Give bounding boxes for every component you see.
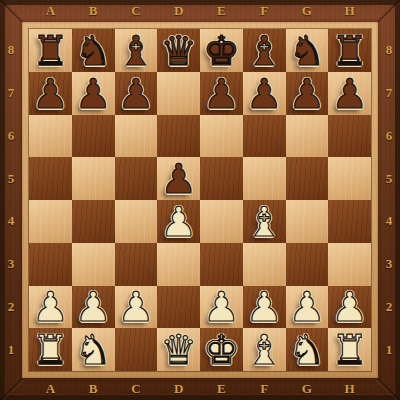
black-queen[interactable]: ♛: [160, 31, 197, 72]
square-f6[interactable]: [243, 115, 286, 158]
square-f8[interactable]: ♝: [243, 29, 286, 72]
square-a8[interactable]: ♜: [29, 29, 72, 72]
square-d1[interactable]: ♛: [157, 328, 200, 371]
white-pawn[interactable]: ♟: [288, 287, 325, 328]
square-a3[interactable]: [29, 243, 72, 286]
square-c6[interactable]: [115, 115, 158, 158]
white-knight[interactable]: ♞: [75, 330, 112, 371]
square-g5[interactable]: [286, 157, 329, 200]
square-b7[interactable]: ♟: [72, 72, 115, 115]
square-h2[interactable]: ♟: [328, 286, 371, 329]
black-bishop[interactable]: ♝: [117, 31, 154, 72]
square-f1[interactable]: ♝: [243, 328, 286, 371]
square-c3[interactable]: [115, 243, 158, 286]
square-d3[interactable]: [157, 243, 200, 286]
square-f7[interactable]: ♟: [243, 72, 286, 115]
square-f4[interactable]: ♝: [243, 200, 286, 243]
black-rook[interactable]: ♜: [32, 31, 69, 72]
white-knight[interactable]: ♞: [288, 330, 325, 371]
square-e8[interactable]: ♚: [200, 29, 243, 72]
white-queen[interactable]: ♛: [160, 330, 197, 371]
white-pawn[interactable]: ♟: [203, 287, 240, 328]
black-pawn[interactable]: ♟: [75, 74, 112, 115]
black-pawn[interactable]: ♟: [246, 74, 283, 115]
white-rook[interactable]: ♜: [331, 330, 368, 371]
square-g1[interactable]: ♞: [286, 328, 329, 371]
square-h6[interactable]: [328, 115, 371, 158]
square-a5[interactable]: [29, 157, 72, 200]
black-bishop[interactable]: ♝: [246, 31, 283, 72]
square-c7[interactable]: ♟: [115, 72, 158, 115]
square-a2[interactable]: ♟: [29, 286, 72, 329]
square-e2[interactable]: ♟: [200, 286, 243, 329]
square-c4[interactable]: [115, 200, 158, 243]
square-e1[interactable]: ♚: [200, 328, 243, 371]
black-rook[interactable]: ♜: [331, 31, 368, 72]
white-bishop[interactable]: ♝: [246, 330, 283, 371]
square-b5[interactable]: [72, 157, 115, 200]
square-g8[interactable]: ♞: [286, 29, 329, 72]
square-b2[interactable]: ♟: [72, 286, 115, 329]
square-h1[interactable]: ♜: [328, 328, 371, 371]
square-g6[interactable]: [286, 115, 329, 158]
white-pawn[interactable]: ♟: [246, 287, 283, 328]
white-pawn[interactable]: ♟: [117, 287, 154, 328]
square-g2[interactable]: ♟: [286, 286, 329, 329]
square-b4[interactable]: [72, 200, 115, 243]
square-b6[interactable]: [72, 115, 115, 158]
square-e5[interactable]: [200, 157, 243, 200]
square-e7[interactable]: ♟: [200, 72, 243, 115]
square-d7[interactable]: [157, 72, 200, 115]
black-pawn[interactable]: ♟: [32, 74, 69, 115]
square-h5[interactable]: [328, 157, 371, 200]
square-d2[interactable]: [157, 286, 200, 329]
square-e4[interactable]: [200, 200, 243, 243]
square-h7[interactable]: ♟: [328, 72, 371, 115]
square-b1[interactable]: ♞: [72, 328, 115, 371]
square-f2[interactable]: ♟: [243, 286, 286, 329]
square-h3[interactable]: [328, 243, 371, 286]
white-pawn[interactable]: ♟: [32, 287, 69, 328]
square-a7[interactable]: ♟: [29, 72, 72, 115]
square-e3[interactable]: [200, 243, 243, 286]
black-knight[interactable]: ♞: [288, 31, 325, 72]
square-d5[interactable]: ♟: [157, 157, 200, 200]
square-h4[interactable]: [328, 200, 371, 243]
square-h8[interactable]: ♜: [328, 29, 371, 72]
square-g4[interactable]: [286, 200, 329, 243]
square-f5[interactable]: [243, 157, 286, 200]
black-pawn[interactable]: ♟: [117, 74, 154, 115]
square-a1[interactable]: ♜: [29, 328, 72, 371]
black-pawn[interactable]: ♟: [160, 159, 197, 200]
white-pawn[interactable]: ♟: [331, 287, 368, 328]
white-bishop[interactable]: ♝: [246, 202, 283, 243]
square-a4[interactable]: [29, 200, 72, 243]
white-rook[interactable]: ♜: [32, 330, 69, 371]
square-g3[interactable]: [286, 243, 329, 286]
chess-board: ♜♞♝♛♚♝♞♜♟♟♟♟♟♟♟♟♟♝♟♟♟♟♟♟♟♜♞♛♚♝♞♜: [29, 29, 371, 371]
white-pawn[interactable]: ♟: [160, 202, 197, 243]
square-d4[interactable]: ♟: [157, 200, 200, 243]
square-a6[interactable]: [29, 115, 72, 158]
square-c5[interactable]: [115, 157, 158, 200]
square-c8[interactable]: ♝: [115, 29, 158, 72]
square-c2[interactable]: ♟: [115, 286, 158, 329]
square-g7[interactable]: ♟: [286, 72, 329, 115]
black-pawn[interactable]: ♟: [203, 74, 240, 115]
chess-app: ABCDEFGH ABCDEFGH 87654321 87654321 ♜♞♝♛…: [0, 0, 400, 400]
black-pawn[interactable]: ♟: [288, 74, 325, 115]
black-knight[interactable]: ♞: [75, 31, 112, 72]
white-pawn[interactable]: ♟: [75, 287, 112, 328]
square-b8[interactable]: ♞: [72, 29, 115, 72]
black-pawn[interactable]: ♟: [331, 74, 368, 115]
square-d8[interactable]: ♛: [157, 29, 200, 72]
square-f3[interactable]: [243, 243, 286, 286]
square-b3[interactable]: [72, 243, 115, 286]
square-c1[interactable]: [115, 328, 158, 371]
square-d6[interactable]: [157, 115, 200, 158]
white-king[interactable]: ♚: [203, 330, 240, 371]
black-king[interactable]: ♚: [203, 31, 240, 72]
square-e6[interactable]: [200, 115, 243, 158]
